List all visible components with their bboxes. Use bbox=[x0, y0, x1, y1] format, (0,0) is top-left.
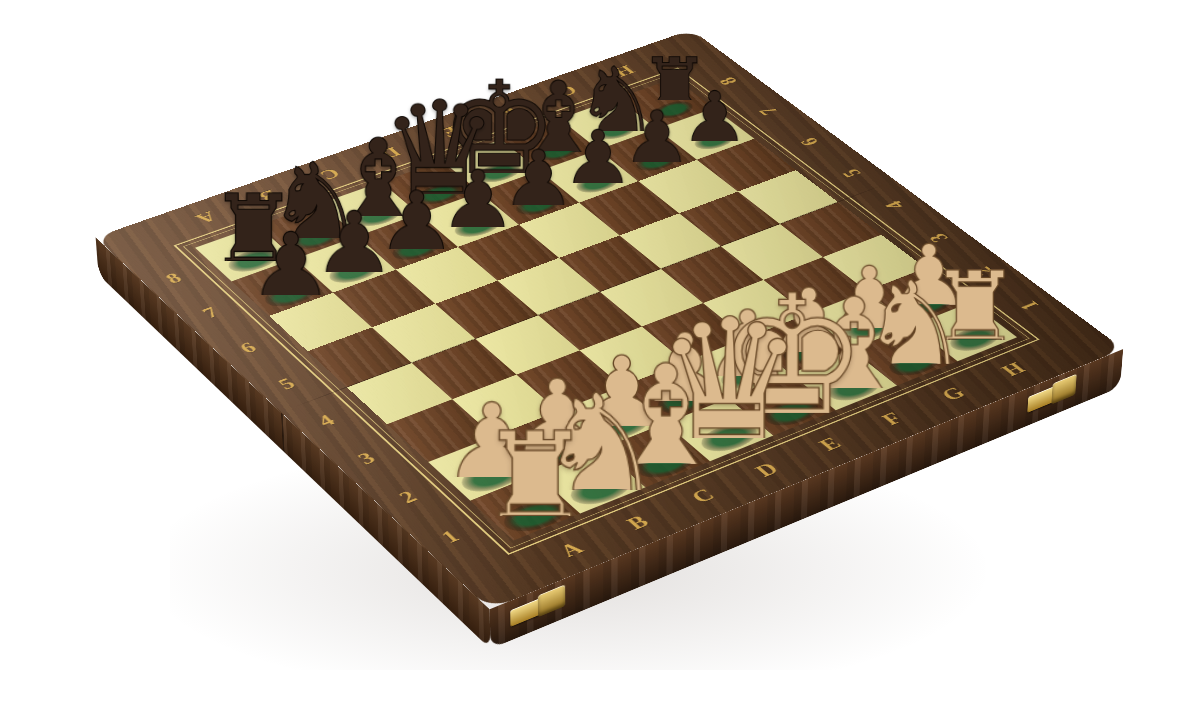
white-rook-glyph: ♜ bbox=[389, 322, 681, 534]
latch-hook bbox=[538, 584, 566, 617]
black-pawn-glyph: ♟ bbox=[172, 136, 410, 309]
fold-seam-side bbox=[281, 412, 284, 452]
latch-hook bbox=[1051, 374, 1076, 405]
